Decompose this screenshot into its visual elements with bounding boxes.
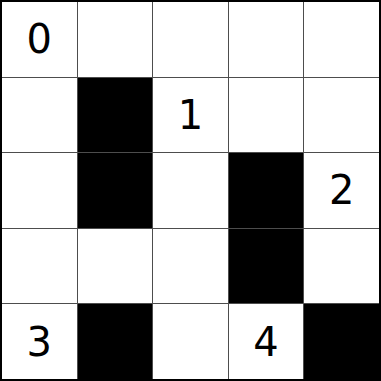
cell-r3c4[interactable] [304, 229, 379, 304]
cell-r2c0[interactable] [2, 153, 77, 228]
cell-r1c1-black[interactable] [78, 78, 153, 153]
cell-r4c0-clue[interactable]: 3 [2, 304, 77, 379]
cell-r3c1[interactable] [78, 229, 153, 304]
cell-r3c2[interactable] [153, 229, 228, 304]
cell-r0c2[interactable] [153, 2, 228, 77]
cell-r0c1[interactable] [78, 2, 153, 77]
cell-r1c0[interactable] [2, 78, 77, 153]
cell-r1c4[interactable] [304, 78, 379, 153]
cell-r1c3[interactable] [229, 78, 304, 153]
cell-r2c4-clue[interactable]: 2 [304, 153, 379, 228]
cell-r1c2-clue[interactable]: 1 [153, 78, 228, 153]
cell-r0c0-clue[interactable]: 0 [2, 2, 77, 77]
cell-r4c1-black[interactable] [78, 304, 153, 379]
cell-r2c3-black[interactable] [229, 153, 304, 228]
cell-r0c3[interactable] [229, 2, 304, 77]
cell-r4c4-black[interactable] [304, 304, 379, 379]
cell-r2c1-black[interactable] [78, 153, 153, 228]
cell-r4c2[interactable] [153, 304, 228, 379]
cell-r3c0[interactable] [2, 229, 77, 304]
cell-r2c2[interactable] [153, 153, 228, 228]
cell-r3c3-black[interactable] [229, 229, 304, 304]
cell-r4c3-clue[interactable]: 4 [229, 304, 304, 379]
puzzle-board: 01234 [0, 0, 381, 381]
cell-r0c4[interactable] [304, 2, 379, 77]
